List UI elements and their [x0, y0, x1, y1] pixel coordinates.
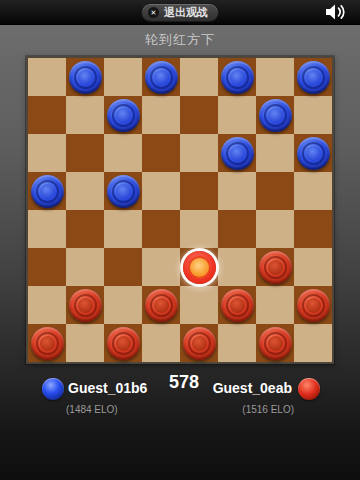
board-square[interactable] — [256, 134, 294, 172]
checker-piece-red[interactable] — [107, 327, 140, 360]
checker-piece-blue[interactable] — [145, 61, 178, 94]
board-square[interactable] — [180, 286, 218, 324]
board-square[interactable] — [28, 58, 66, 96]
board-square[interactable] — [256, 248, 294, 286]
board-square[interactable] — [66, 96, 104, 134]
board-square[interactable] — [142, 134, 180, 172]
board-square[interactable] — [294, 134, 332, 172]
board-square[interactable] — [66, 210, 104, 248]
board-square[interactable] — [28, 248, 66, 286]
board-square[interactable] — [104, 172, 142, 210]
board-square[interactable] — [66, 286, 104, 324]
board-square[interactable] — [142, 58, 180, 96]
board-square[interactable] — [256, 58, 294, 96]
left-player-elo: (1484 ELO) — [66, 404, 118, 415]
board-square[interactable] — [180, 324, 218, 362]
turn-status-text: 轮到红方下 — [0, 24, 360, 56]
exit-spectate-button[interactable]: ✕ 退出观战 — [141, 3, 219, 22]
board-square[interactable] — [28, 210, 66, 248]
board-square[interactable] — [256, 172, 294, 210]
board-square[interactable] — [218, 134, 256, 172]
board-square[interactable] — [180, 134, 218, 172]
board-square[interactable] — [28, 96, 66, 134]
checker-piece-red-selected[interactable] — [183, 251, 216, 284]
board-square[interactable] — [66, 324, 104, 362]
board-square[interactable] — [180, 96, 218, 134]
board-square[interactable] — [294, 96, 332, 134]
checker-piece-blue[interactable] — [259, 99, 292, 132]
checker-piece-blue[interactable] — [297, 61, 330, 94]
board-square[interactable] — [294, 324, 332, 362]
right-player-piece-icon — [298, 378, 320, 400]
board-square[interactable] — [66, 172, 104, 210]
board-square[interactable] — [218, 96, 256, 134]
board-square[interactable] — [104, 210, 142, 248]
checker-piece-red[interactable] — [69, 289, 102, 322]
checker-piece-red[interactable] — [259, 327, 292, 360]
board-square[interactable] — [294, 248, 332, 286]
board-square[interactable] — [28, 172, 66, 210]
board-square[interactable] — [104, 96, 142, 134]
checker-piece-red[interactable] — [183, 327, 216, 360]
board-square[interactable] — [142, 324, 180, 362]
board — [26, 56, 334, 364]
board-square[interactable] — [142, 210, 180, 248]
board-square[interactable] — [142, 248, 180, 286]
board-square[interactable] — [180, 210, 218, 248]
checker-piece-blue[interactable] — [31, 175, 64, 208]
board-square[interactable] — [28, 286, 66, 324]
speaker-icon[interactable] — [324, 2, 348, 22]
board-square[interactable] — [104, 58, 142, 96]
board-square[interactable] — [104, 324, 142, 362]
checker-piece-red[interactable] — [221, 289, 254, 322]
board-square[interactable] — [218, 248, 256, 286]
board-square[interactable] — [218, 324, 256, 362]
checker-piece-blue[interactable] — [221, 61, 254, 94]
board-square[interactable] — [218, 58, 256, 96]
board-square[interactable] — [256, 324, 294, 362]
board-square[interactable] — [142, 96, 180, 134]
checker-piece-red[interactable] — [297, 289, 330, 322]
board-square[interactable] — [294, 58, 332, 96]
board-square[interactable] — [28, 324, 66, 362]
board-square[interactable] — [66, 58, 104, 96]
board-square[interactable] — [66, 134, 104, 172]
board-square[interactable] — [218, 286, 256, 324]
board-square[interactable] — [294, 210, 332, 248]
board-square[interactable] — [66, 248, 104, 286]
checker-piece-red[interactable] — [31, 327, 64, 360]
board-square[interactable] — [180, 172, 218, 210]
checker-piece-blue[interactable] — [221, 137, 254, 170]
close-icon: ✕ — [148, 7, 159, 18]
checker-piece-red[interactable] — [259, 251, 292, 284]
board-square[interactable] — [142, 172, 180, 210]
exit-spectate-label: 退出观战 — [164, 5, 208, 20]
board-square[interactable] — [218, 210, 256, 248]
board-square[interactable] — [180, 58, 218, 96]
right-player-elo: (1516 ELO) — [242, 404, 294, 415]
board-square[interactable] — [104, 286, 142, 324]
board-square[interactable] — [256, 286, 294, 324]
board-square[interactable] — [256, 210, 294, 248]
checker-piece-red[interactable] — [145, 289, 178, 322]
board-square[interactable] — [104, 134, 142, 172]
board-square[interactable] — [218, 172, 256, 210]
checker-piece-blue[interactable] — [297, 137, 330, 170]
checker-piece-blue[interactable] — [107, 99, 140, 132]
board-square[interactable] — [180, 248, 218, 286]
checker-piece-blue[interactable] — [69, 61, 102, 94]
board-square[interactable] — [28, 134, 66, 172]
board-square[interactable] — [294, 172, 332, 210]
board-square[interactable] — [104, 248, 142, 286]
board-square[interactable] — [294, 286, 332, 324]
app-screen: ✕ 退出观战 轮到红方下 Guest_01b6 (1484 ELO) 578 G… — [0, 0, 360, 480]
right-player-name: Guest_0eab — [213, 380, 292, 396]
board-square[interactable] — [256, 96, 294, 134]
top-bar: ✕ 退出观战 — [0, 0, 360, 25]
checker-piece-blue[interactable] — [107, 175, 140, 208]
board-square[interactable] — [142, 286, 180, 324]
